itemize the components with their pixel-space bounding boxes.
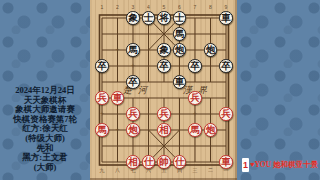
piece-black-象-42[interactable]: 象 — [157, 43, 171, 57]
event-info-line: (大师) — [0, 163, 90, 173]
piece-black-士-50[interactable]: 士 — [173, 11, 187, 25]
piece-red-馬-07[interactable]: 馬 — [95, 123, 109, 137]
file-label-top: 1 — [97, 5, 107, 10]
file-label-bottom: 一 — [221, 168, 231, 173]
file-label-top: 5 — [159, 5, 169, 10]
piece-red-炮-77[interactable]: 炮 — [204, 123, 218, 137]
event-info-panel: 2024年12月24日天天象棋杯象棋大师邀请赛快棋资格赛第7轮红方:徐天红(特级… — [0, 86, 90, 172]
piece-red-車-15[interactable]: 車 — [111, 91, 125, 105]
point-marker: + — [114, 46, 122, 54]
file-label-bottom: 四 — [175, 168, 185, 173]
file-label-top: 3 — [128, 5, 138, 10]
piece-black-卒-03[interactable]: 卒 — [95, 59, 109, 73]
piece-black-馬-22[interactable]: 馬 — [126, 43, 140, 57]
channel-watermark: 1 ♥YOU 她和棋亚十景 — [242, 158, 318, 172]
point-marker: + — [114, 126, 122, 134]
piece-black-炮-52[interactable]: 炮 — [173, 43, 187, 57]
piece-red-炮-27[interactable]: 炮 — [126, 123, 140, 137]
piece-black-車-54[interactable]: 車 — [173, 75, 187, 89]
piece-black-卒-83[interactable]: 卒 — [219, 59, 233, 73]
piece-red-兵-46[interactable]: 兵 — [157, 107, 171, 121]
file-label-top: 9 — [221, 5, 231, 10]
piece-black-卒-63[interactable]: 卒 — [188, 59, 202, 73]
file-label-bottom: 二 — [206, 168, 216, 173]
watermark-text: ♥YOU 她和棋亚十景 — [250, 160, 318, 170]
file-label-bottom: 六 — [144, 168, 154, 173]
piece-red-兵-86[interactable]: 兵 — [219, 107, 233, 121]
piece-red-相-47[interactable]: 相 — [157, 123, 171, 137]
piece-black-卒-24[interactable]: 卒 — [126, 75, 140, 89]
file-label-top: 4 — [144, 5, 154, 10]
xiangqi-board[interactable]: 楚河 漢界 象士将士車馬馬象炮炮卒卒卒卒卒車兵車兵兵兵兵馬炮相馬炮相仕帥仕車++… — [90, 0, 237, 180]
watermark-badge: 1 — [242, 158, 249, 172]
file-label-top: 8 — [206, 5, 216, 10]
piece-red-馬-67[interactable]: 馬 — [188, 123, 202, 137]
file-label-top: 6 — [175, 5, 185, 10]
board-grid-lines — [90, 0, 237, 180]
file-label-bottom: 三 — [190, 168, 200, 173]
file-label-bottom: 八 — [113, 168, 123, 173]
piece-red-兵-26[interactable]: 兵 — [126, 107, 140, 121]
piece-red-兵-05[interactable]: 兵 — [95, 91, 109, 105]
point-marker: + — [191, 110, 199, 118]
file-label-top: 7 — [190, 5, 200, 10]
piece-black-士-30[interactable]: 士 — [142, 11, 156, 25]
file-label-bottom: 九 — [97, 168, 107, 173]
file-label-bottom: 五 — [159, 168, 169, 173]
screenshot-root: 2024年12月24日天天象棋杯象棋大师邀请赛快棋资格赛第7轮红方:徐天红(特级… — [0, 0, 320, 180]
piece-black-卒-43[interactable]: 卒 — [157, 59, 171, 73]
piece-black-象-20[interactable]: 象 — [126, 11, 140, 25]
piece-black-馬-51[interactable]: 馬 — [173, 27, 187, 41]
piece-black-炮-72[interactable]: 炮 — [204, 43, 218, 57]
piece-black-車-80[interactable]: 車 — [219, 11, 233, 25]
file-label-top: 2 — [113, 5, 123, 10]
piece-red-兵-65[interactable]: 兵 — [188, 91, 202, 105]
point-marker: + — [129, 62, 137, 70]
piece-black-将-40[interactable]: 将 — [157, 11, 171, 25]
file-label-bottom: 七 — [128, 168, 138, 173]
point-marker: + — [98, 110, 106, 118]
